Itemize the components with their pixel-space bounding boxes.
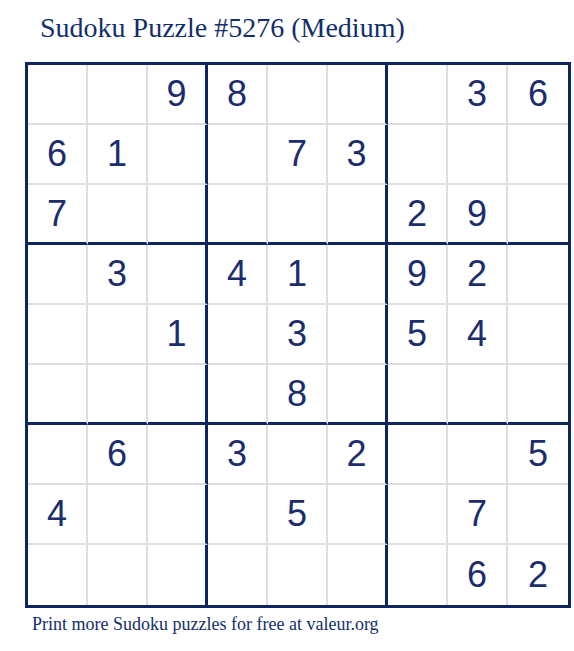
cell-r8c3[interactable] [148, 485, 208, 545]
cell-r8c9[interactable] [508, 485, 568, 545]
cell-r5c4[interactable] [208, 305, 268, 365]
cell-r1c9[interactable]: 6 [508, 65, 568, 125]
cell-r7c6[interactable]: 2 [328, 425, 388, 485]
cell-r2c2[interactable]: 1 [88, 125, 148, 185]
cell-r3c1[interactable]: 7 [28, 185, 88, 245]
cell-r5c7[interactable]: 5 [388, 305, 448, 365]
cell-r3c5[interactable] [268, 185, 328, 245]
cell-r7c2[interactable]: 6 [88, 425, 148, 485]
cell-r9c5[interactable] [268, 545, 328, 605]
page-title: Sudoku Puzzle #5276 (Medium) [40, 12, 405, 44]
cell-r4c8[interactable]: 2 [448, 245, 508, 305]
cell-r8c6[interactable] [328, 485, 388, 545]
footer-text: Print more Sudoku puzzles for free at va… [32, 614, 379, 635]
cell-r9c3[interactable] [148, 545, 208, 605]
cell-r9c9[interactable]: 2 [508, 545, 568, 605]
cell-r4c2[interactable]: 3 [88, 245, 148, 305]
cell-r4c3[interactable] [148, 245, 208, 305]
cell-r1c2[interactable] [88, 65, 148, 125]
cell-r1c7[interactable] [388, 65, 448, 125]
cell-r6c4[interactable] [208, 365, 268, 425]
cell-r5c3[interactable]: 1 [148, 305, 208, 365]
cell-r9c6[interactable] [328, 545, 388, 605]
cell-r2c9[interactable] [508, 125, 568, 185]
cell-r2c5[interactable]: 7 [268, 125, 328, 185]
cell-r6c9[interactable] [508, 365, 568, 425]
cell-r2c1[interactable]: 6 [28, 125, 88, 185]
cell-r6c7[interactable] [388, 365, 448, 425]
cell-r1c3[interactable]: 9 [148, 65, 208, 125]
cell-r4c9[interactable] [508, 245, 568, 305]
cell-r8c2[interactable] [88, 485, 148, 545]
cell-r7c8[interactable] [448, 425, 508, 485]
cell-r1c4[interactable]: 8 [208, 65, 268, 125]
cell-r9c7[interactable] [388, 545, 448, 605]
sudoku-board: 983661737293419213548632545762 [25, 62, 571, 608]
cell-r1c8[interactable]: 3 [448, 65, 508, 125]
cell-r8c4[interactable] [208, 485, 268, 545]
cell-r5c5[interactable]: 3 [268, 305, 328, 365]
cell-r5c1[interactable] [28, 305, 88, 365]
cell-r4c6[interactable] [328, 245, 388, 305]
cell-r2c7[interactable] [388, 125, 448, 185]
cell-r4c5[interactable]: 1 [268, 245, 328, 305]
cell-r3c3[interactable] [148, 185, 208, 245]
cell-r3c4[interactable] [208, 185, 268, 245]
cell-r8c7[interactable] [388, 485, 448, 545]
cell-r5c2[interactable] [88, 305, 148, 365]
cell-r3c9[interactable] [508, 185, 568, 245]
cell-r9c1[interactable] [28, 545, 88, 605]
cell-r8c8[interactable]: 7 [448, 485, 508, 545]
cell-r6c8[interactable] [448, 365, 508, 425]
cell-r5c6[interactable] [328, 305, 388, 365]
cell-r4c4[interactable]: 4 [208, 245, 268, 305]
cell-r8c1[interactable]: 4 [28, 485, 88, 545]
cell-r3c2[interactable] [88, 185, 148, 245]
cell-r8c5[interactable]: 5 [268, 485, 328, 545]
cell-r2c6[interactable]: 3 [328, 125, 388, 185]
cell-r2c8[interactable] [448, 125, 508, 185]
cell-r5c8[interactable]: 4 [448, 305, 508, 365]
cell-r2c3[interactable] [148, 125, 208, 185]
cell-r4c7[interactable]: 9 [388, 245, 448, 305]
cell-r1c5[interactable] [268, 65, 328, 125]
cell-r7c3[interactable] [148, 425, 208, 485]
cell-r1c1[interactable] [28, 65, 88, 125]
cell-r6c5[interactable]: 8 [268, 365, 328, 425]
cell-r6c6[interactable] [328, 365, 388, 425]
cell-r6c1[interactable] [28, 365, 88, 425]
cell-r2c4[interactable] [208, 125, 268, 185]
cell-r6c3[interactable] [148, 365, 208, 425]
cell-r7c5[interactable] [268, 425, 328, 485]
cell-r1c6[interactable] [328, 65, 388, 125]
cell-r9c8[interactable]: 6 [448, 545, 508, 605]
cell-r9c2[interactable] [88, 545, 148, 605]
cell-r6c2[interactable] [88, 365, 148, 425]
cell-r7c1[interactable] [28, 425, 88, 485]
cell-r3c6[interactable] [328, 185, 388, 245]
cell-r4c1[interactable] [28, 245, 88, 305]
cell-r5c9[interactable] [508, 305, 568, 365]
cell-r7c4[interactable]: 3 [208, 425, 268, 485]
cell-r3c8[interactable]: 9 [448, 185, 508, 245]
cell-r7c9[interactable]: 5 [508, 425, 568, 485]
cell-r3c7[interactable]: 2 [388, 185, 448, 245]
cell-r7c7[interactable] [388, 425, 448, 485]
cell-r9c4[interactable] [208, 545, 268, 605]
